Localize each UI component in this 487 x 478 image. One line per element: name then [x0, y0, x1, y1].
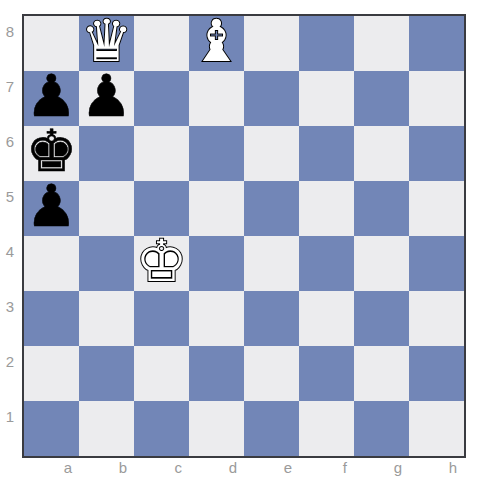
square-a4[interactable]	[24, 236, 79, 291]
square-a5[interactable]: ♟	[24, 181, 79, 236]
square-c2[interactable]	[134, 346, 189, 401]
square-d3[interactable]	[189, 291, 244, 346]
square-h7[interactable]	[409, 71, 464, 126]
square-h2[interactable]	[409, 346, 464, 401]
square-e8[interactable]	[244, 16, 299, 71]
square-e1[interactable]	[244, 401, 299, 456]
rank-label-7: 7	[0, 71, 20, 126]
rank-label-2: 2	[0, 346, 20, 401]
square-e3[interactable]	[244, 291, 299, 346]
square-c1[interactable]	[134, 401, 189, 456]
square-g6[interactable]	[354, 126, 409, 181]
square-h6[interactable]	[409, 126, 464, 181]
white-queen-b8[interactable]: ♛	[81, 14, 133, 69]
square-d2[interactable]	[189, 346, 244, 401]
square-a1[interactable]	[24, 401, 79, 456]
square-g3[interactable]	[354, 291, 409, 346]
square-g5[interactable]	[354, 181, 409, 236]
black-pawn-a7[interactable]: ♟	[26, 69, 78, 124]
square-f4[interactable]	[299, 236, 354, 291]
square-b4[interactable]	[79, 236, 134, 291]
board-frame: ♛♝♟♟♚♟♚	[22, 14, 466, 458]
file-label-c: c	[134, 459, 189, 476]
file-label-a: a	[24, 459, 79, 476]
white-bishop-d8[interactable]: ♝	[191, 14, 243, 69]
square-e4[interactable]	[244, 236, 299, 291]
file-label-e: e	[244, 459, 299, 476]
square-g7[interactable]	[354, 71, 409, 126]
square-d5[interactable]	[189, 181, 244, 236]
square-e2[interactable]	[244, 346, 299, 401]
square-a2[interactable]	[24, 346, 79, 401]
square-f7[interactable]	[299, 71, 354, 126]
square-f8[interactable]	[299, 16, 354, 71]
square-e7[interactable]	[244, 71, 299, 126]
square-h5[interactable]	[409, 181, 464, 236]
square-h3[interactable]	[409, 291, 464, 346]
black-pawn-b7[interactable]: ♟	[81, 69, 133, 124]
file-label-b: b	[79, 459, 134, 476]
square-f5[interactable]	[299, 181, 354, 236]
square-h4[interactable]	[409, 236, 464, 291]
board: ♛♝♟♟♚♟♚	[24, 16, 464, 456]
square-g1[interactable]	[354, 401, 409, 456]
black-pawn-a5[interactable]: ♟	[26, 179, 78, 234]
file-label-d: d	[189, 459, 244, 476]
rank-label-8: 8	[0, 16, 20, 71]
square-e5[interactable]	[244, 181, 299, 236]
file-label-h: h	[409, 459, 464, 476]
rank-label-6: 6	[0, 126, 20, 181]
square-f3[interactable]	[299, 291, 354, 346]
square-b7[interactable]: ♟	[79, 71, 134, 126]
rank-label-1: 1	[0, 401, 20, 456]
rank-label-4: 4	[0, 236, 20, 291]
square-b1[interactable]	[79, 401, 134, 456]
square-c6[interactable]	[134, 126, 189, 181]
square-b3[interactable]	[79, 291, 134, 346]
file-label-f: f	[299, 459, 354, 476]
rank-labels: 87654321	[0, 16, 20, 456]
square-g2[interactable]	[354, 346, 409, 401]
square-d4[interactable]	[189, 236, 244, 291]
square-b5[interactable]	[79, 181, 134, 236]
square-c3[interactable]	[134, 291, 189, 346]
square-c7[interactable]	[134, 71, 189, 126]
file-label-g: g	[354, 459, 409, 476]
rank-label-3: 3	[0, 291, 20, 346]
square-e6[interactable]	[244, 126, 299, 181]
square-f1[interactable]	[299, 401, 354, 456]
square-d7[interactable]	[189, 71, 244, 126]
square-a3[interactable]	[24, 291, 79, 346]
square-g4[interactable]	[354, 236, 409, 291]
square-g8[interactable]	[354, 16, 409, 71]
square-h1[interactable]	[409, 401, 464, 456]
chess-diagram: 87654321 ♛♝♟♟♚♟♚ abcdefgh	[0, 0, 487, 478]
rank-label-5: 5	[0, 181, 20, 236]
white-king-c4[interactable]: ♚	[136, 234, 188, 289]
square-d6[interactable]	[189, 126, 244, 181]
square-b6[interactable]	[79, 126, 134, 181]
square-b2[interactable]	[79, 346, 134, 401]
square-f6[interactable]	[299, 126, 354, 181]
square-d8[interactable]: ♝	[189, 16, 244, 71]
square-c8[interactable]	[134, 16, 189, 71]
square-f2[interactable]	[299, 346, 354, 401]
square-c4[interactable]: ♚	[134, 236, 189, 291]
square-h8[interactable]	[409, 16, 464, 71]
file-labels: abcdefgh	[24, 459, 464, 476]
black-king-a6[interactable]: ♚	[26, 124, 78, 179]
square-d1[interactable]	[189, 401, 244, 456]
